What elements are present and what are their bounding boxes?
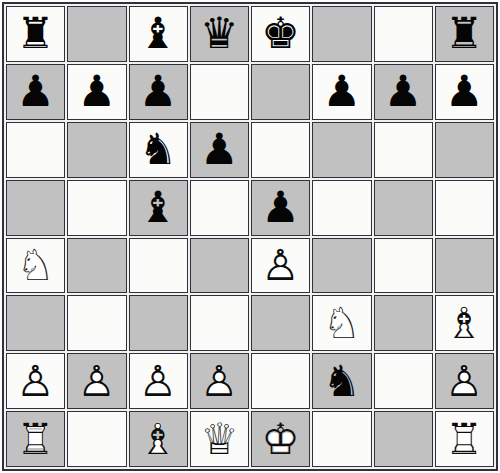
- square-b7[interactable]: ♟: [67, 64, 126, 120]
- piece-white-pawn: ♟♙: [200, 360, 239, 403]
- piece-black-pawn: ♟: [78, 70, 117, 113]
- square-b5[interactable]: [67, 180, 126, 236]
- square-f3[interactable]: ♞♘: [312, 295, 371, 351]
- square-a7[interactable]: ♟: [6, 64, 65, 120]
- square-e4[interactable]: ♟♙: [251, 238, 310, 294]
- piece-white-knight: ♞♘: [323, 302, 362, 345]
- square-c3[interactable]: [129, 295, 188, 351]
- piece-black-pawn: ♟: [16, 70, 55, 113]
- square-c7[interactable]: ♟: [129, 64, 188, 120]
- square-g4[interactable]: [374, 238, 433, 294]
- square-h6[interactable]: [435, 122, 494, 178]
- chess-board: ♜♝♛♚♜♟♟♟♟♟♟♞♟♝♟♞♘♟♙♞♘♝♗♟♙♟♙♟♙♟♙♞♟♙♜♖♝♗♛♕…: [0, 0, 500, 473]
- square-b1[interactable]: [67, 411, 126, 467]
- square-g5[interactable]: [374, 180, 433, 236]
- square-c5[interactable]: ♝: [129, 180, 188, 236]
- square-b2[interactable]: ♟♙: [67, 353, 126, 409]
- piece-white-bishop: ♝♗: [139, 418, 178, 461]
- square-b3[interactable]: [67, 295, 126, 351]
- piece-black-pawn: ♟: [384, 70, 423, 113]
- square-h5[interactable]: [435, 180, 494, 236]
- piece-black-pawn: ♟: [445, 70, 484, 113]
- piece-white-pawn: ♟♙: [445, 360, 484, 403]
- square-h4[interactable]: [435, 238, 494, 294]
- square-g7[interactable]: ♟: [374, 64, 433, 120]
- piece-black-king: ♚: [261, 12, 300, 55]
- square-g3[interactable]: [374, 295, 433, 351]
- piece-black-knight: ♞: [139, 128, 178, 171]
- board-frame: ♜♝♛♚♜♟♟♟♟♟♟♞♟♝♟♞♘♟♙♞♘♝♗♟♙♟♙♟♙♟♙♞♟♙♜♖♝♗♛♕…: [2, 2, 498, 471]
- square-f2[interactable]: ♞: [312, 353, 371, 409]
- square-h2[interactable]: ♟♙: [435, 353, 494, 409]
- square-a2[interactable]: ♟♙: [6, 353, 65, 409]
- square-d2[interactable]: ♟♙: [190, 353, 249, 409]
- square-e8[interactable]: ♚: [251, 6, 310, 62]
- square-f5[interactable]: [312, 180, 371, 236]
- square-a5[interactable]: [6, 180, 65, 236]
- square-b4[interactable]: [67, 238, 126, 294]
- piece-white-bishop: ♝♗: [445, 302, 484, 345]
- square-e3[interactable]: [251, 295, 310, 351]
- square-a3[interactable]: [6, 295, 65, 351]
- piece-black-bishop: ♝: [139, 12, 178, 55]
- piece-white-king: ♚♔: [261, 418, 300, 461]
- square-c4[interactable]: [129, 238, 188, 294]
- piece-white-pawn: ♟♙: [261, 244, 300, 287]
- square-b6[interactable]: [67, 122, 126, 178]
- square-g6[interactable]: [374, 122, 433, 178]
- piece-black-pawn: ♟: [261, 186, 300, 229]
- square-d1[interactable]: ♛♕: [190, 411, 249, 467]
- square-d5[interactable]: [190, 180, 249, 236]
- square-g8[interactable]: [374, 6, 433, 62]
- square-g2[interactable]: [374, 353, 433, 409]
- square-d6[interactable]: ♟: [190, 122, 249, 178]
- square-c2[interactable]: ♟♙: [129, 353, 188, 409]
- square-e1[interactable]: ♚♔: [251, 411, 310, 467]
- square-h1[interactable]: ♜♖: [435, 411, 494, 467]
- square-f7[interactable]: ♟: [312, 64, 371, 120]
- square-a1[interactable]: ♜♖: [6, 411, 65, 467]
- square-d4[interactable]: [190, 238, 249, 294]
- square-e2[interactable]: [251, 353, 310, 409]
- piece-white-pawn: ♟♙: [139, 360, 178, 403]
- piece-black-pawn: ♟: [139, 70, 178, 113]
- piece-white-knight: ♞♘: [16, 244, 55, 287]
- piece-white-pawn: ♟♙: [78, 360, 117, 403]
- square-f4[interactable]: [312, 238, 371, 294]
- square-a6[interactable]: [6, 122, 65, 178]
- square-e7[interactable]: [251, 64, 310, 120]
- square-e5[interactable]: ♟: [251, 180, 310, 236]
- square-d8[interactable]: ♛: [190, 6, 249, 62]
- piece-white-rook: ♜♖: [445, 418, 484, 461]
- square-a8[interactable]: ♜: [6, 6, 65, 62]
- square-f8[interactable]: [312, 6, 371, 62]
- square-f1[interactable]: [312, 411, 371, 467]
- square-e6[interactable]: [251, 122, 310, 178]
- square-c1[interactable]: ♝♗: [129, 411, 188, 467]
- square-h8[interactable]: ♜: [435, 6, 494, 62]
- piece-white-queen: ♛♕: [200, 418, 239, 461]
- square-d3[interactable]: [190, 295, 249, 351]
- square-d7[interactable]: [190, 64, 249, 120]
- board-grid: ♜♝♛♚♜♟♟♟♟♟♟♞♟♝♟♞♘♟♙♞♘♝♗♟♙♟♙♟♙♟♙♞♟♙♜♖♝♗♛♕…: [6, 6, 494, 467]
- piece-black-queen: ♛: [200, 12, 239, 55]
- piece-white-pawn: ♟♙: [16, 360, 55, 403]
- square-f6[interactable]: [312, 122, 371, 178]
- piece-black-pawn: ♟: [200, 128, 239, 171]
- square-h7[interactable]: ♟: [435, 64, 494, 120]
- piece-black-pawn: ♟: [323, 70, 362, 113]
- piece-black-rook: ♜: [445, 12, 484, 55]
- piece-white-rook: ♜♖: [16, 418, 55, 461]
- piece-black-bishop: ♝: [139, 186, 178, 229]
- square-g1[interactable]: [374, 411, 433, 467]
- piece-black-knight: ♞: [323, 360, 362, 403]
- square-c8[interactable]: ♝: [129, 6, 188, 62]
- square-c6[interactable]: ♞: [129, 122, 188, 178]
- square-b8[interactable]: [67, 6, 126, 62]
- piece-black-rook: ♜: [16, 12, 55, 55]
- square-h3[interactable]: ♝♗: [435, 295, 494, 351]
- square-a4[interactable]: ♞♘: [6, 238, 65, 294]
